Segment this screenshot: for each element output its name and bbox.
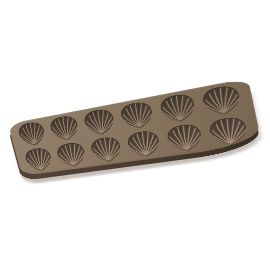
shell-cavity-icon [124, 128, 165, 160]
madeleine-cavity [87, 134, 125, 164]
shell-cavity-icon [53, 140, 89, 169]
madeleine-cavity [124, 128, 165, 160]
product-photo [0, 0, 270, 270]
madeleine-cavity [81, 106, 119, 138]
madeleine-cavity [205, 114, 251, 149]
shell-cavity-icon [156, 91, 200, 126]
madeleine-cavity [53, 140, 89, 169]
madeleine-cavity [198, 82, 245, 118]
shell-cavity-icon [81, 106, 119, 138]
madeleine-cavity [156, 91, 200, 126]
shell-cavity-icon [117, 99, 158, 132]
madeleine-cavity [15, 120, 49, 149]
madeleine-cavity [22, 146, 56, 174]
madeleine-cavity [47, 113, 83, 143]
shell-cavity-icon [87, 134, 125, 164]
shell-cavity-icon [15, 120, 49, 149]
shell-cavity-icon [163, 121, 206, 154]
shell-cavity-icon [198, 82, 245, 118]
shell-cavity-icon [22, 146, 56, 174]
madeleine-cavity [163, 121, 206, 154]
shell-cavity-icon [47, 113, 83, 143]
madeleine-cavity [117, 99, 158, 132]
shell-cavity-icon [205, 114, 251, 149]
